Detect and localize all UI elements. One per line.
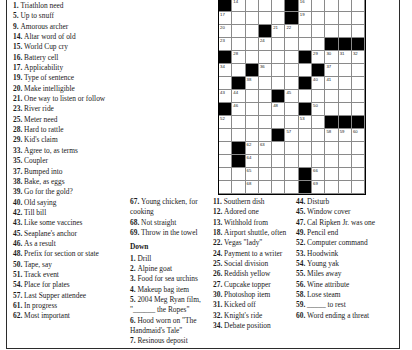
grid-cell[interactable]: 34: [219, 64, 232, 77]
grid-cell[interactable]: 21: [272, 25, 285, 38]
clue-number: 37.: [13, 167, 24, 176]
clue-number: 15.: [13, 42, 24, 51]
clue-number: 51.: [13, 270, 24, 279]
grid-cell[interactable]: [259, 116, 272, 129]
clue-number: 46.: [13, 239, 24, 248]
grid-cell[interactable]: [312, 142, 325, 155]
clue-text: Agree to, as terms: [24, 146, 78, 155]
grid-cell[interactable]: 69: [312, 181, 325, 194]
grid-cell[interactable]: [272, 0, 285, 12]
grid-cell[interactable]: [339, 25, 352, 38]
cell-number: 63: [260, 142, 265, 147]
cell-number: 44: [233, 90, 238, 95]
clue-number: 17.: [13, 63, 24, 72]
clue-item: 3. Food for sea urchins: [130, 274, 212, 284]
cell-number: 22: [286, 25, 291, 30]
clue-number: 69.: [130, 228, 141, 237]
down-clues-column-4: 44. Disturb45. Window cover47. Cal Ripke…: [296, 197, 396, 321]
clue-item: 30. Photoshop item: [213, 290, 293, 300]
clue-number: 35.: [13, 156, 24, 165]
grid-cell[interactable]: [352, 103, 365, 116]
cell-number: 41: [326, 77, 331, 82]
cell-number: 24: [260, 38, 265, 43]
grid-cell[interactable]: [312, 155, 325, 168]
cell-number: 43: [220, 90, 225, 95]
grid-cell[interactable]: 31: [339, 51, 352, 64]
grid-cell[interactable]: [312, 12, 325, 25]
grid-cell[interactable]: [232, 25, 245, 38]
grid-cell[interactable]: [259, 51, 272, 64]
cell-number: 29: [313, 51, 318, 56]
clue-item: 16. Battery cell: [13, 53, 127, 63]
grid-cell[interactable]: [246, 51, 259, 64]
grid-cell[interactable]: [285, 181, 298, 194]
clue-text: In progress: [24, 301, 57, 310]
grid-cell[interactable]: [232, 64, 245, 77]
grid-cell[interactable]: [285, 168, 298, 181]
cell-number: 60: [353, 129, 358, 134]
grid-cell[interactable]: [246, 116, 259, 129]
grid-cell[interactable]: 22: [285, 25, 298, 38]
grid-cell[interactable]: [352, 90, 365, 103]
grid-cell[interactable]: [352, 12, 365, 25]
clue-text: Hoodwink: [307, 249, 338, 258]
grid-cell[interactable]: [219, 129, 232, 142]
grid-cell[interactable]: [352, 0, 365, 12]
grid-cell[interactable]: [219, 155, 232, 168]
cell-number: 62: [247, 142, 252, 147]
grid-cell[interactable]: 40: [312, 77, 325, 90]
grid-cell[interactable]: [259, 168, 272, 181]
cell-number: 50: [313, 103, 318, 108]
black-square: [299, 168, 312, 181]
clue-number: 29.: [13, 135, 24, 144]
clue-item: 45. Window cover: [296, 207, 396, 217]
grid-cell[interactable]: 66: [312, 168, 325, 181]
grid-cell[interactable]: [325, 90, 338, 103]
clue-text: Window cover: [307, 207, 350, 216]
cell-number: 21: [273, 25, 278, 30]
cell-number: 37: [326, 64, 331, 69]
grid-cell[interactable]: [312, 90, 325, 103]
clue-item: 56. Wine attribute: [296, 280, 396, 290]
black-square: [299, 51, 312, 64]
grid-cell[interactable]: [219, 181, 232, 194]
clue-number: 12.: [213, 207, 224, 216]
grid-cell[interactable]: 38: [246, 77, 259, 90]
cell-number: 57: [286, 129, 291, 134]
clue-text: Bake, as eggs: [24, 177, 64, 186]
clue-number: 57.: [13, 291, 24, 300]
grid-cell[interactable]: 43: [219, 90, 232, 103]
clue-number: 56.: [296, 280, 307, 289]
black-square: [259, 25, 272, 38]
cell-number: 58: [326, 129, 331, 134]
clue-item: 53. Hoodwink: [296, 249, 396, 259]
clue-item: 61. In progress: [13, 301, 127, 311]
cell-number: 36: [260, 64, 265, 69]
grid-cell[interactable]: [299, 142, 312, 155]
grid-cell[interactable]: [259, 12, 272, 25]
grid-cell[interactable]: 60: [352, 129, 365, 142]
clue-text: Makeup bag item: [137, 285, 189, 294]
clue-number: 47.: [296, 218, 307, 227]
grid-cell[interactable]: [219, 168, 232, 181]
grid-cell[interactable]: [339, 155, 352, 168]
grid-cell[interactable]: 64: [246, 155, 259, 168]
grid-cell[interactable]: [339, 168, 352, 181]
clue-text: Hood worn on "The Handmaid's Tale": [130, 316, 196, 335]
grid-cell[interactable]: [312, 38, 325, 51]
clue-text: Southern dish: [224, 197, 265, 206]
clue-number: 16.: [13, 53, 24, 62]
grid-cell[interactable]: [285, 155, 298, 168]
grid-cell[interactable]: [272, 168, 285, 181]
clue-text: Miles away: [307, 269, 341, 278]
clue-text: Photoshop item: [224, 290, 270, 299]
clue-item: 69. Throw in the towel: [130, 228, 212, 238]
grid-cell[interactable]: [285, 38, 298, 51]
grid-cell[interactable]: [272, 181, 285, 194]
grid-cell[interactable]: [299, 155, 312, 168]
grid-cell[interactable]: [285, 116, 298, 129]
clue-item: 2. Alpine goat: [130, 264, 212, 274]
grid-cell[interactable]: 45: [285, 90, 298, 103]
grid-cell[interactable]: [285, 142, 298, 155]
clue-number: 52.: [296, 238, 307, 247]
grid-cell[interactable]: 30: [325, 51, 338, 64]
grid-cell[interactable]: [246, 12, 259, 25]
clue-text: Withhold from: [224, 218, 268, 227]
grid-cell[interactable]: 44: [232, 90, 245, 103]
crossword-grid: 1416171920212223242829303132343637384041…: [218, 0, 366, 195]
clue-number: 33.: [13, 146, 24, 155]
clue-number: 44.: [296, 197, 307, 206]
clue-item: 62. Most important: [13, 311, 127, 321]
grid-cell[interactable]: [325, 25, 338, 38]
grid-cell[interactable]: [325, 168, 338, 181]
clue-text: Resinous deposit: [137, 336, 187, 345]
clue-item: 1. Triathlon need: [13, 1, 127, 11]
clue-text: _____ to rest: [307, 300, 346, 309]
clue-item: 38. Bake, as eggs: [13, 177, 127, 187]
grid-cell[interactable]: 32: [352, 51, 365, 64]
grid-cell[interactable]: [246, 25, 259, 38]
clue-text: Airport shuttle, often: [224, 228, 286, 237]
grid-cell[interactable]: [272, 142, 285, 155]
grid-cell[interactable]: [259, 181, 272, 194]
clue-text: Seaplane's anchor: [24, 229, 77, 238]
clue-item: 52. Computer command: [296, 238, 396, 248]
clue-text: Food for sea urchins: [137, 274, 198, 283]
grid-cell[interactable]: [232, 116, 245, 129]
clue-text: Up to snuff: [20, 11, 54, 20]
clue-item: 50. Tape, say: [13, 260, 127, 270]
cell-number: 32: [353, 51, 358, 56]
grid-cell[interactable]: 57: [285, 129, 298, 142]
clue-item: 33. Agree to, as terms: [13, 146, 127, 156]
grid-cell[interactable]: [285, 51, 298, 64]
clue-number: 34.: [213, 321, 224, 330]
clue-item: 48. Prefix for section or state: [13, 249, 127, 259]
grid-cell[interactable]: 68: [246, 181, 259, 194]
clue-item: 54. Place for plates: [13, 280, 127, 290]
grid-cell[interactable]: 19: [299, 12, 312, 25]
clue-text: One way to listen or follow: [24, 94, 105, 103]
grid-cell[interactable]: [339, 12, 352, 25]
grid-cell[interactable]: 62: [246, 142, 259, 155]
clue-item: 1. Drill: [130, 254, 212, 264]
grid-cell[interactable]: [352, 77, 365, 90]
grid-cell[interactable]: [352, 64, 365, 77]
clue-item: 5. Up to snuff: [13, 11, 127, 21]
grid-cell[interactable]: 29: [312, 51, 325, 64]
grid-cell[interactable]: [259, 77, 272, 90]
cell-number: 14: [233, 0, 238, 4]
clue-item: 44. Disturb: [296, 197, 396, 207]
grid-cell[interactable]: [232, 168, 245, 181]
black-square: [312, 64, 325, 77]
clue-text: Cal Ripken Jr. was one: [307, 218, 375, 227]
clue-item: 37. Bumped into: [13, 167, 127, 177]
cell-number: 48: [273, 103, 278, 108]
clue-text: Most important: [24, 311, 70, 320]
clue-item: 54. Young yak: [296, 259, 396, 269]
clue-item: 17. Applicability: [13, 63, 127, 73]
clue-number: 54.: [13, 280, 24, 289]
grid-cell[interactable]: [259, 0, 272, 12]
clue-text: Place for plates: [24, 280, 70, 289]
grid-cell[interactable]: 50: [312, 103, 325, 116]
black-square: [352, 116, 365, 129]
clue-number: 55.: [296, 269, 307, 278]
clue-text: Meter need: [24, 115, 57, 124]
grid-cell[interactable]: [312, 25, 325, 38]
grid-cell[interactable]: [272, 116, 285, 129]
grid-cell[interactable]: 58: [325, 129, 338, 142]
grid-cell[interactable]: [272, 12, 285, 25]
grid-cell[interactable]: [272, 64, 285, 77]
clue-number: 23.: [13, 104, 24, 113]
clue-number: 40.: [13, 198, 24, 207]
grid-cell[interactable]: [299, 25, 312, 38]
grid-cell[interactable]: [219, 77, 232, 90]
cell-number: 64: [247, 155, 252, 160]
clue-item: 42. Till bill: [13, 208, 127, 218]
grid-cell[interactable]: [285, 103, 298, 116]
grid-cell[interactable]: [299, 38, 312, 51]
grid-cell[interactable]: [259, 155, 272, 168]
grid-cell[interactable]: 63: [259, 142, 272, 155]
clue-number: 42.: [13, 208, 24, 217]
cell-number: 38: [247, 77, 252, 82]
clue-number: 50.: [13, 260, 24, 269]
black-square: [339, 116, 352, 129]
grid-cell[interactable]: [352, 142, 365, 155]
black-square: [299, 77, 312, 90]
grid-cell[interactable]: [352, 181, 365, 194]
cell-number: 40: [313, 77, 318, 82]
grid-cell[interactable]: 37: [325, 64, 338, 77]
cell-number: 19: [300, 12, 305, 17]
black-square: [232, 142, 245, 155]
grid-cell[interactable]: [246, 0, 259, 12]
grid-cell[interactable]: [339, 90, 352, 103]
clue-text: Bumped into: [24, 167, 62, 176]
grid-cell[interactable]: [325, 0, 338, 12]
clue-text: Disturb: [307, 197, 329, 206]
grid-cell[interactable]: [246, 38, 259, 51]
clue-text: As a result: [24, 239, 56, 248]
clue-number: 22.: [213, 238, 224, 247]
grid-cell[interactable]: [339, 0, 352, 12]
clue-text: Young yak: [307, 259, 339, 268]
grid-cell[interactable]: [299, 129, 312, 142]
grid-cell[interactable]: [246, 103, 259, 116]
clue-item: 59. _____ to rest: [296, 300, 396, 310]
clue-item: 58. Lose steam: [296, 290, 396, 300]
clue-item: 22. Vegas "lady": [213, 238, 293, 248]
clue-number: 61.: [13, 301, 24, 310]
grid-cell[interactable]: [339, 181, 352, 194]
grid-cell[interactable]: [285, 77, 298, 90]
grid-cell[interactable]: 16: [299, 0, 312, 12]
grid-cell[interactable]: 23: [219, 38, 232, 51]
clue-item: 11. Southern dish: [213, 197, 293, 207]
grid-cell[interactable]: 36: [259, 64, 272, 77]
cell-number: 28: [233, 51, 238, 56]
grid-cell[interactable]: [339, 64, 352, 77]
cell-number: 65: [247, 168, 252, 173]
cell-number: 66: [313, 168, 318, 173]
clue-text: Drill: [137, 254, 151, 263]
grid-cell[interactable]: [259, 129, 272, 142]
clue-text: Go for the gold?: [24, 187, 73, 196]
grid-cell[interactable]: 48: [272, 103, 285, 116]
grid-cell[interactable]: [352, 25, 365, 38]
grid-cell[interactable]: 52: [219, 116, 232, 129]
clue-number: 28.: [13, 125, 24, 134]
black-square: [272, 129, 285, 142]
clue-text: Wine attribute: [307, 280, 349, 289]
clue-number: 25.: [13, 115, 24, 124]
grid-cell[interactable]: [272, 155, 285, 168]
clue-item: 60. Word ending a threat: [296, 311, 396, 321]
clue-item: 15. World Cup cry: [13, 42, 127, 52]
clue-item: 49. Pencil end: [296, 228, 396, 238]
clue-item: 20. Make intelligible: [13, 84, 127, 94]
grid-cell[interactable]: [325, 142, 338, 155]
across-clues-column: 1. Triathlon need5. Up to snuff9. Amorou…: [13, 1, 127, 322]
grid-cell[interactable]: [272, 51, 285, 64]
grid-cell[interactable]: [325, 155, 338, 168]
grid-cell[interactable]: [312, 129, 325, 142]
clue-text: Alpine goat: [137, 264, 172, 273]
grid-cell[interactable]: [246, 90, 259, 103]
cell-number: 68: [247, 181, 252, 186]
black-square: [299, 181, 312, 194]
grid-cell[interactable]: [325, 103, 338, 116]
grid-cell[interactable]: [299, 90, 312, 103]
clue-item: 27. Cupcake topper: [213, 280, 293, 290]
clue-item: 26. Reddish yellow: [213, 269, 293, 279]
clue-text: Track event: [24, 270, 59, 279]
grid-cell[interactable]: 24: [259, 38, 272, 51]
grid-cell[interactable]: [232, 38, 245, 51]
clue-text: Till bill: [24, 208, 46, 217]
grid-cell[interactable]: 41: [325, 77, 338, 90]
clue-item: 29. Kid's claim: [13, 135, 127, 145]
grid-cell[interactable]: 20: [219, 25, 232, 38]
grid-cell[interactable]: [299, 64, 312, 77]
grid-cell[interactable]: [272, 77, 285, 90]
grid-cell[interactable]: [246, 129, 259, 142]
clue-item: 25. Social division: [213, 259, 293, 269]
clue-number: 27.: [213, 280, 224, 289]
clue-item: 24. Payment to a writer: [213, 249, 293, 259]
clue-number: 21.: [13, 94, 24, 103]
grid-cell[interactable]: [232, 129, 245, 142]
clue-item: 31. Kicked off: [213, 300, 293, 310]
clue-number: 24.: [213, 249, 224, 258]
grid-cell[interactable]: 59: [339, 129, 352, 142]
clue-text: Throw in the towel: [141, 228, 197, 237]
grid-cell[interactable]: 17: [219, 12, 232, 25]
grid-cell[interactable]: [232, 12, 245, 25]
clue-item: 9. Amorous archer: [13, 22, 127, 32]
grid-cell[interactable]: [339, 77, 352, 90]
black-square: [339, 38, 352, 51]
grid-cell[interactable]: [325, 12, 338, 25]
grid-cell[interactable]: [352, 168, 365, 181]
grid-cell[interactable]: [232, 181, 245, 194]
crossword-puzzle-page: 1. Triathlon need5. Up to snuff9. Amorou…: [0, 0, 412, 350]
grid-cell[interactable]: [285, 64, 298, 77]
clue-item: 57. Last Supper attendee: [13, 291, 127, 301]
grid-cell[interactable]: 53: [299, 116, 312, 129]
grid-cell[interactable]: [259, 103, 272, 116]
grid-cell[interactable]: [325, 181, 338, 194]
clue-number: 26.: [213, 269, 224, 278]
clue-number: 32.: [213, 311, 224, 320]
grid-cell[interactable]: 14: [232, 0, 245, 12]
clue-text: Type of sentence: [24, 73, 74, 82]
clue-number: 59.: [296, 300, 307, 309]
grid-cell[interactable]: [272, 38, 285, 51]
cell-number: 53: [300, 116, 305, 121]
grid-cell[interactable]: 46: [232, 103, 245, 116]
grid-cell[interactable]: [352, 155, 365, 168]
clue-item: 55. Miles away: [296, 269, 396, 279]
grid-cell[interactable]: [339, 142, 352, 155]
grid-cell[interactable]: [312, 116, 325, 129]
grid-cell[interactable]: [312, 0, 325, 12]
clue-text: Old saying: [24, 198, 56, 207]
black-square: [219, 103, 232, 116]
clue-text: Triathlon need: [20, 1, 63, 10]
clue-number: 20.: [13, 84, 24, 93]
grid-cell[interactable]: 65: [246, 168, 259, 181]
grid-cell[interactable]: [219, 142, 232, 155]
grid-cell[interactable]: [339, 103, 352, 116]
black-square: [285, 12, 298, 25]
clue-number: 19.: [13, 73, 24, 82]
clue-number: 68.: [130, 218, 141, 227]
grid-cell[interactable]: 28: [232, 51, 245, 64]
black-square: [219, 0, 232, 12]
grid-cell[interactable]: [259, 90, 272, 103]
clue-number: 31.: [213, 300, 224, 309]
